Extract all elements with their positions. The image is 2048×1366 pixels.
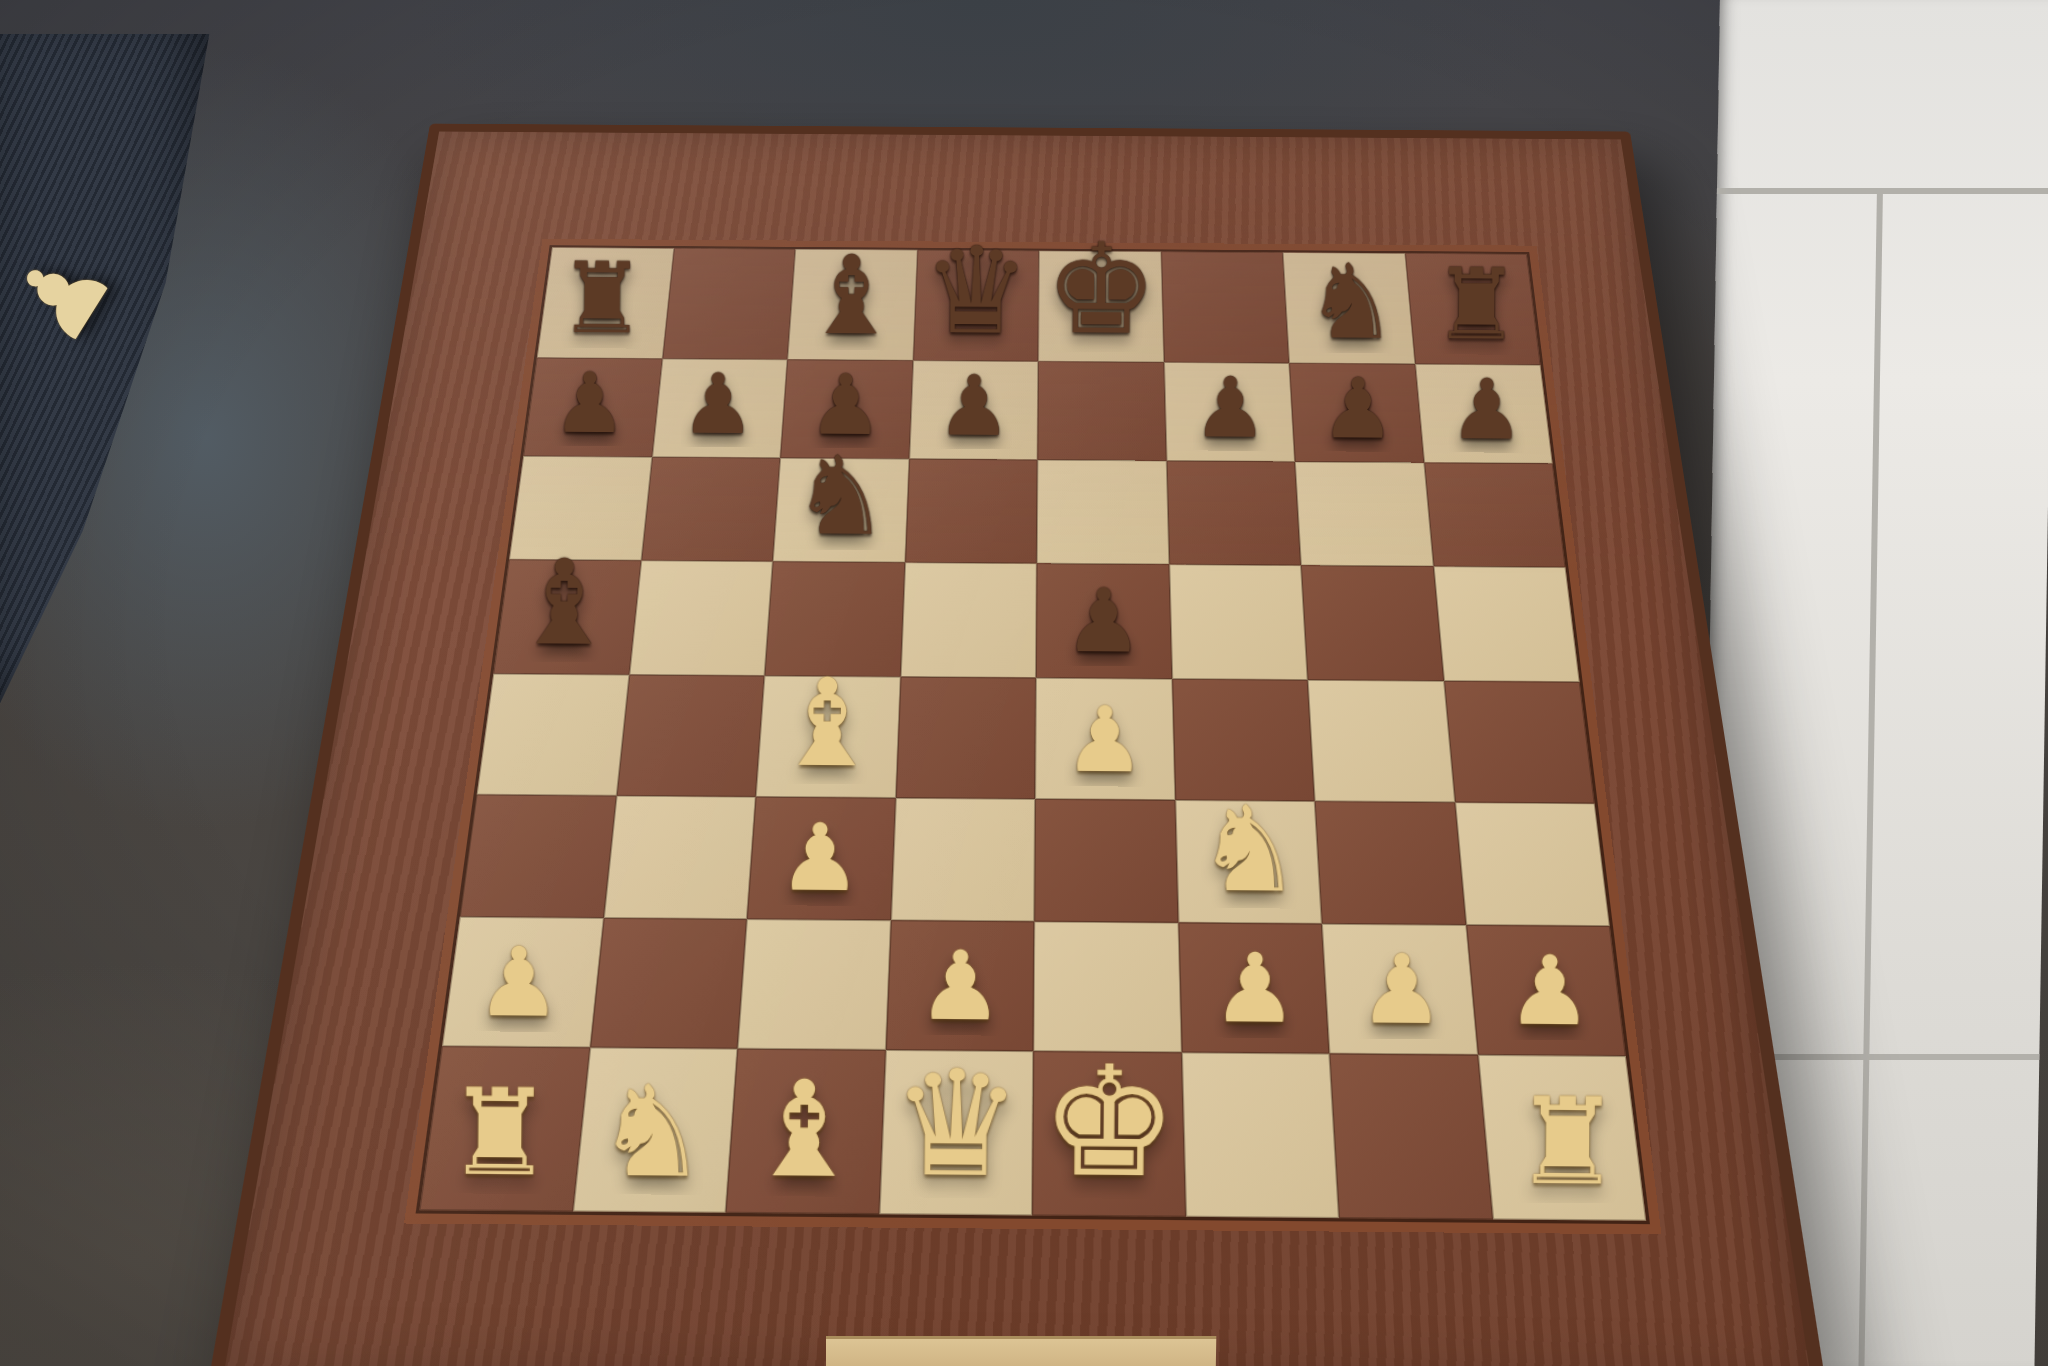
square-e5[interactable]: ♟ xyxy=(1036,564,1172,679)
square-f7[interactable]: ♟ xyxy=(1164,363,1295,462)
black-pawn-f7[interactable]: ♟ xyxy=(1192,367,1267,451)
black-knight-g8[interactable]: ♞ xyxy=(1304,250,1397,354)
square-b5[interactable] xyxy=(629,561,773,676)
black-pawn-b7[interactable]: ♟ xyxy=(680,363,755,447)
square-d6[interactable] xyxy=(905,459,1038,564)
square-e4[interactable]: ♟ xyxy=(1035,678,1175,800)
square-b4[interactable] xyxy=(616,675,764,797)
wooden-box-edge xyxy=(826,1336,1217,1366)
square-g5[interactable] xyxy=(1301,566,1444,682)
black-pawn-a7[interactable]: ♟ xyxy=(552,362,627,446)
square-d4[interactable] xyxy=(895,677,1036,799)
square-c8[interactable]: ♝ xyxy=(787,249,917,360)
white-pawn-d2[interactable]: ♟ xyxy=(917,939,1003,1035)
square-a4[interactable] xyxy=(477,674,629,796)
square-e7[interactable] xyxy=(1037,362,1166,461)
square-b8[interactable] xyxy=(662,249,795,360)
square-g4[interactable] xyxy=(1308,680,1455,802)
square-h7[interactable]: ♟ xyxy=(1415,364,1553,463)
white-pawn-g2[interactable]: ♟ xyxy=(1359,942,1446,1038)
square-f8[interactable] xyxy=(1161,252,1289,364)
black-queen-d8[interactable]: ♛ xyxy=(922,231,1030,351)
square-d2[interactable]: ♟ xyxy=(885,921,1034,1052)
white-rook-a1[interactable]: ♜ xyxy=(446,1074,554,1194)
square-e3[interactable] xyxy=(1034,799,1178,923)
white-pawn-c3[interactable]: ♟ xyxy=(778,812,862,906)
white-pawn-f2[interactable]: ♟ xyxy=(1211,941,1298,1037)
square-d3[interactable] xyxy=(891,798,1036,922)
square-b2[interactable] xyxy=(590,918,747,1049)
square-g8[interactable]: ♞ xyxy=(1283,253,1415,365)
square-b7[interactable]: ♟ xyxy=(652,359,788,458)
black-bishop-c8[interactable]: ♝ xyxy=(802,241,900,350)
black-rook-h8[interactable]: ♜ xyxy=(1432,256,1520,354)
square-a1[interactable]: ♜ xyxy=(419,1047,589,1212)
square-a2[interactable]: ♟ xyxy=(442,917,603,1048)
square-c1[interactable]: ♝ xyxy=(726,1049,886,1214)
white-knight-b1[interactable]: ♞ xyxy=(595,1068,709,1195)
square-d5[interactable] xyxy=(900,563,1037,678)
white-king-e1[interactable]: ♚ xyxy=(1040,1045,1178,1199)
chessboard-tilt: ♜♝♛♚♞♜♟♟♟♟♟♟♟♞♝♟♝♟♟♞♟♟♟♟♟♜♞♝♛♚♜ xyxy=(206,124,1830,1366)
white-queen-d1[interactable]: ♛ xyxy=(891,1051,1023,1198)
white-knight-f3[interactable]: ♞ xyxy=(1196,790,1303,909)
square-a5[interactable]: ♝ xyxy=(493,560,641,675)
square-d7[interactable]: ♟ xyxy=(909,361,1038,460)
black-pawn-g7[interactable]: ♟ xyxy=(1321,368,1396,452)
square-g6[interactable] xyxy=(1295,462,1433,567)
black-pawn-e5[interactable]: ♟ xyxy=(1064,578,1143,666)
square-g7[interactable]: ♟ xyxy=(1289,363,1424,462)
square-a7[interactable]: ♟ xyxy=(523,358,662,457)
square-h3[interactable] xyxy=(1455,803,1610,927)
square-d1[interactable]: ♛ xyxy=(879,1050,1033,1216)
square-f2[interactable]: ♟ xyxy=(1178,923,1329,1054)
white-bishop-c4[interactable]: ♝ xyxy=(773,662,882,784)
white-pawn-a2[interactable]: ♟ xyxy=(476,935,562,1031)
woven-mat xyxy=(0,34,218,724)
square-b1[interactable]: ♞ xyxy=(572,1048,737,1213)
square-f6[interactable] xyxy=(1166,461,1301,566)
chessboard-grid: ♜♝♛♚♞♜♟♟♟♟♟♟♟♞♝♟♝♟♟♞♟♟♟♟♟♜♞♝♛♚♜ xyxy=(419,248,1646,1221)
black-bishop-a5[interactable]: ♝ xyxy=(511,544,617,662)
square-h6[interactable] xyxy=(1424,463,1566,568)
square-b6[interactable] xyxy=(641,457,780,561)
square-f3[interactable]: ♞ xyxy=(1175,800,1322,924)
square-h1[interactable]: ♜ xyxy=(1478,1055,1647,1221)
square-c2[interactable] xyxy=(738,919,891,1050)
square-f1[interactable] xyxy=(1181,1053,1339,1219)
square-e8[interactable]: ♚ xyxy=(1038,251,1163,363)
tile-grout-line xyxy=(1858,188,1883,1366)
white-pawn-e4[interactable]: ♟ xyxy=(1064,695,1146,786)
square-a3[interactable] xyxy=(460,795,616,918)
square-d8[interactable]: ♛ xyxy=(913,250,1039,362)
square-g3[interactable] xyxy=(1315,802,1466,926)
black-rook-a8[interactable]: ♜ xyxy=(558,250,646,348)
white-bishop-c1[interactable]: ♝ xyxy=(744,1063,864,1197)
square-e6[interactable] xyxy=(1037,460,1169,565)
chessboard-frame: ♜♝♛♚♞♜♟♟♟♟♟♟♟♞♝♟♝♟♟♞♟♟♟♟♟♜♞♝♛♚♜ xyxy=(206,124,1830,1366)
square-g2[interactable]: ♟ xyxy=(1322,924,1478,1055)
square-c3[interactable]: ♟ xyxy=(747,797,895,921)
square-h2[interactable]: ♟ xyxy=(1466,925,1626,1056)
white-rook-h1[interactable]: ♜ xyxy=(1513,1083,1621,1203)
square-e1[interactable]: ♚ xyxy=(1032,1051,1185,1217)
white-pawn-h2[interactable]: ♟ xyxy=(1506,943,1593,1039)
square-h8[interactable]: ♜ xyxy=(1405,254,1541,366)
square-g1[interactable] xyxy=(1329,1054,1492,1220)
square-c4[interactable]: ♝ xyxy=(756,676,900,798)
black-knight-c6[interactable]: ♞ xyxy=(791,441,889,550)
square-a8[interactable]: ♜ xyxy=(537,248,674,359)
table-surface: ♟ ♜♝♛♚♞♜♟♟♟♟♟♟♟♞♝♟♝♟♟♞♟♟♟♟♟♜♞♝♛♚♜ xyxy=(0,0,2048,1366)
black-pawn-d7[interactable]: ♟ xyxy=(936,365,1011,449)
square-b3[interactable] xyxy=(603,796,755,919)
black-pawn-h7[interactable]: ♟ xyxy=(1449,368,1524,452)
black-king-e8[interactable]: ♚ xyxy=(1044,226,1157,352)
square-h5[interactable] xyxy=(1433,567,1579,683)
square-f5[interactable] xyxy=(1169,565,1308,681)
square-c6[interactable]: ♞ xyxy=(773,458,909,562)
square-h4[interactable] xyxy=(1444,681,1595,803)
